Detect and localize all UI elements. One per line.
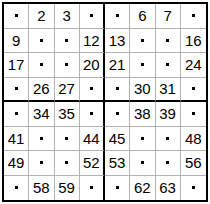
- puzzle-grid: 2367912131617202124262730313435383941444…: [2, 2, 208, 202]
- cell-number: 59: [58, 180, 75, 195]
- grid-cell-r5c1: [4, 102, 29, 127]
- cell-number: 27: [58, 81, 75, 96]
- hidden-cell-dot: [40, 161, 43, 164]
- hidden-cell-dot: [40, 39, 43, 42]
- grid-cell-r8c2: 58: [29, 176, 54, 201]
- cell-number: 2: [37, 8, 45, 23]
- grid-cell-r8c7: 63: [156, 176, 181, 201]
- grid-cell-r8c3: 59: [55, 176, 80, 201]
- grid-cell-r4c4: [80, 78, 105, 103]
- cell-number: 39: [159, 106, 176, 121]
- hidden-cell-dot: [15, 186, 18, 189]
- cell-number: 52: [83, 155, 100, 170]
- grid-cell-r6c7: [156, 127, 181, 152]
- grid-cell-r2c7: [156, 29, 181, 54]
- hidden-cell-dot: [90, 186, 93, 189]
- grid-cell-r8c8: [181, 176, 206, 201]
- hidden-cell-dot: [90, 14, 93, 17]
- grid-cell-r3c8: 24: [181, 53, 206, 78]
- cell-number: 63: [159, 180, 176, 195]
- grid-cell-r5c3: 35: [55, 102, 80, 127]
- grid-cell-r5c2: 34: [29, 102, 54, 127]
- grid-cell-r8c4: [80, 176, 105, 201]
- cell-number: 34: [33, 106, 50, 121]
- cell-number: 6: [138, 8, 146, 23]
- grid-cell-r5c8: [181, 102, 206, 127]
- hidden-cell-dot: [116, 14, 119, 17]
- hidden-cell-dot: [166, 161, 169, 164]
- hidden-cell-dot: [65, 161, 68, 164]
- grid-cell-r7c5: 53: [105, 151, 130, 176]
- grid-cell-r8c1: [4, 176, 29, 201]
- grid-cell-r3c5: 21: [105, 53, 130, 78]
- cell-number: 53: [109, 155, 126, 170]
- grid-cell-r1c6: 6: [130, 4, 155, 29]
- hidden-cell-dot: [15, 87, 18, 90]
- grid-cell-r3c6: [130, 53, 155, 78]
- grid-cell-r7c6: [130, 151, 155, 176]
- hidden-cell-dot: [40, 63, 43, 66]
- grid-cell-r1c2: 2: [29, 4, 54, 29]
- grid-cell-r4c8: [181, 78, 206, 103]
- cell-number: 35: [58, 106, 75, 121]
- grid-cell-r5c4: [80, 102, 105, 127]
- cell-number: 17: [8, 57, 25, 72]
- cell-number: 44: [83, 131, 100, 146]
- hidden-cell-dot: [141, 137, 144, 140]
- cell-number: 49: [8, 155, 25, 170]
- grid-cell-r2c2: [29, 29, 54, 54]
- grid-cell-r6c3: [55, 127, 80, 152]
- hidden-cell-dot: [166, 63, 169, 66]
- cell-number: 58: [33, 180, 50, 195]
- grid-cell-r4c1: [4, 78, 29, 103]
- grid-cell-r6c1: 41: [4, 127, 29, 152]
- grid-cell-r2c4: 12: [80, 29, 105, 54]
- cell-number: 38: [134, 106, 151, 121]
- cell-number: 30: [134, 81, 151, 96]
- grid-cell-r3c1: 17: [4, 53, 29, 78]
- grid-cell-r7c8: 56: [181, 151, 206, 176]
- grid-cell-r6c2: [29, 127, 54, 152]
- grid-cell-r7c2: [29, 151, 54, 176]
- cell-number: 45: [109, 131, 126, 146]
- grid-cell-r1c3: 3: [55, 4, 80, 29]
- grid-cell-r7c1: 49: [4, 151, 29, 176]
- grid-cell-r3c2: [29, 53, 54, 78]
- hidden-cell-dot: [65, 39, 68, 42]
- cell-number: 7: [163, 8, 171, 23]
- cell-number: 41: [8, 131, 25, 146]
- grid-cell-r1c8: [181, 4, 206, 29]
- grid-cell-r4c7: 31: [156, 78, 181, 103]
- hidden-cell-dot: [192, 14, 195, 17]
- hidden-cell-dot: [192, 186, 195, 189]
- hidden-cell-dot: [65, 137, 68, 140]
- cell-number: 31: [159, 81, 176, 96]
- grid-cell-r2c3: [55, 29, 80, 54]
- grid-cell-r1c5: [105, 4, 130, 29]
- grid-cell-r7c3: [55, 151, 80, 176]
- grid-cell-r2c8: 16: [181, 29, 206, 54]
- hidden-cell-dot: [90, 112, 93, 115]
- hidden-cell-dot: [141, 39, 144, 42]
- cell-number: 16: [185, 33, 202, 48]
- hidden-cell-dot: [15, 14, 18, 17]
- grid-cell-r6c6: [130, 127, 155, 152]
- hidden-cell-dot: [192, 87, 195, 90]
- grid-cell-r4c6: 30: [130, 78, 155, 103]
- hidden-cell-dot: [65, 63, 68, 66]
- grid-cell-r4c2: 26: [29, 78, 54, 103]
- cell-number: 9: [12, 33, 20, 48]
- grid-cell-r2c5: 13: [105, 29, 130, 54]
- cell-number: 3: [62, 8, 70, 23]
- hidden-cell-dot: [166, 39, 169, 42]
- grid-cell-r1c1: [4, 4, 29, 29]
- grid-cell-r3c7: [156, 53, 181, 78]
- cell-number: 62: [134, 180, 151, 195]
- cell-number: 20: [83, 57, 100, 72]
- cell-number: 12: [83, 33, 100, 48]
- grid-cell-r7c4: 52: [80, 151, 105, 176]
- cell-number: 48: [185, 131, 202, 146]
- grid-cell-r4c5: [105, 78, 130, 103]
- grid-cell-r7c7: [156, 151, 181, 176]
- hidden-cell-dot: [166, 137, 169, 140]
- cell-number: 13: [109, 33, 126, 48]
- hidden-cell-dot: [141, 63, 144, 66]
- cell-number: 24: [185, 57, 202, 72]
- hidden-cell-dot: [116, 112, 119, 115]
- hidden-cell-dot: [192, 112, 195, 115]
- hidden-cell-dot: [15, 112, 18, 115]
- grid-cell-r2c1: 9: [4, 29, 29, 54]
- grid-cell-r6c5: 45: [105, 127, 130, 152]
- hidden-cell-dot: [141, 161, 144, 164]
- grid-cell-r3c3: [55, 53, 80, 78]
- grid-cell-r6c4: 44: [80, 127, 105, 152]
- grid-cell-r2c6: [130, 29, 155, 54]
- hidden-cell-dot: [116, 87, 119, 90]
- cell-number: 56: [185, 155, 202, 170]
- hidden-cell-dot: [40, 137, 43, 140]
- grid-cell-r5c5: [105, 102, 130, 127]
- grid-cell-r1c7: 7: [156, 4, 181, 29]
- cell-number: 21: [109, 57, 126, 72]
- grid-cell-r5c6: 38: [130, 102, 155, 127]
- grid-cell-r8c6: 62: [130, 176, 155, 201]
- grid-cell-r8c5: [105, 176, 130, 201]
- grid-cell-r4c3: 27: [55, 78, 80, 103]
- hidden-cell-dot: [90, 87, 93, 90]
- grid-cell-r1c4: [80, 4, 105, 29]
- cell-number: 26: [33, 81, 50, 96]
- hidden-cell-dot: [116, 186, 119, 189]
- grid-cell-r6c8: 48: [181, 127, 206, 152]
- grid-cell-r5c7: 39: [156, 102, 181, 127]
- grid-cell-r3c4: 20: [80, 53, 105, 78]
